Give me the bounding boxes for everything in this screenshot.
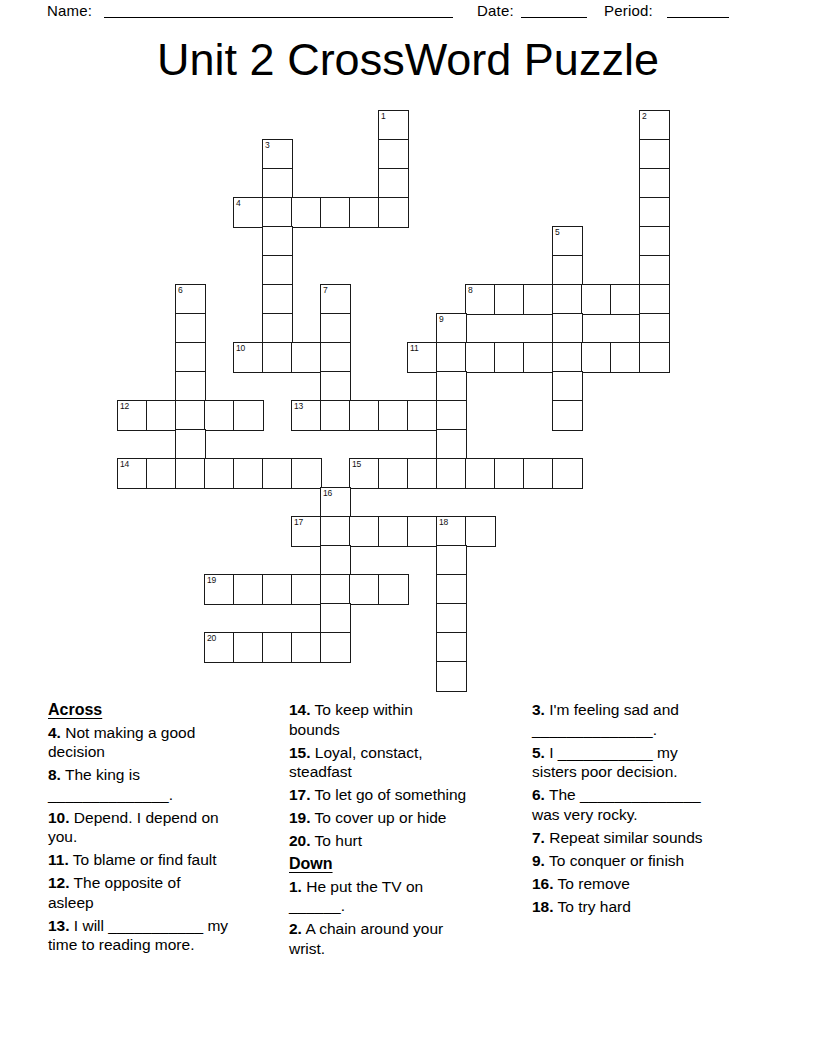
cell-number-20: 20 <box>207 634 216 643</box>
clue-text: The king is ______________. <box>48 766 173 803</box>
grid-cell-r16c7[interactable] <box>320 574 351 605</box>
clues-column-3: 3. I'm feeling sad and ______________.5.… <box>532 700 764 920</box>
grid-cell-r16c8[interactable] <box>349 574 380 605</box>
grid-cell-r13c7[interactable]: 16 <box>320 487 351 518</box>
clue-number-label: 14. <box>289 701 311 718</box>
date-write-in-line[interactable] <box>521 2 587 18</box>
grid-cell-r6c17[interactable] <box>610 284 641 315</box>
clue-number-label: 20. <box>289 832 311 849</box>
grid-cell-r14c8[interactable] <box>349 516 380 547</box>
grid-cell-r6c15[interactable] <box>552 284 583 315</box>
clue-number-label: 11. <box>48 851 69 868</box>
clue-number-label: 3. <box>532 701 545 718</box>
grid-cell-r7c7[interactable] <box>320 313 351 344</box>
grid-cell-r8c4[interactable]: 10 <box>233 342 264 373</box>
grid-cell-r10c1[interactable] <box>146 400 177 431</box>
grid-cell-r6c5[interactable] <box>262 284 293 315</box>
grid-cell-r12c0[interactable]: 14 <box>117 458 148 489</box>
grid-cell-r14c12[interactable] <box>465 516 496 547</box>
grid-cell-r18c11[interactable] <box>436 632 467 663</box>
grid-cell-r10c0[interactable]: 12 <box>117 400 148 431</box>
grid-cell-r8c15[interactable] <box>552 342 583 373</box>
clue-5: 5. I ___________ my sisters poor decisio… <box>532 743 764 782</box>
grid-cell-r0c9[interactable]: 1 <box>378 110 409 141</box>
clue-number-label: 17. <box>289 786 311 803</box>
grid-cell-r12c12[interactable] <box>465 458 496 489</box>
clue-14: 14. To keep within bounds <box>289 700 521 739</box>
grid-cell-r10c3[interactable] <box>204 400 235 431</box>
clue-number-label: 10. <box>48 809 70 826</box>
grid-cell-r3c9[interactable] <box>378 197 409 228</box>
date-label: Date: <box>477 2 514 19</box>
grid-cell-r5c15[interactable] <box>552 255 583 286</box>
grid-cell-r6c12[interactable]: 8 <box>465 284 496 315</box>
grid-cell-r3c4[interactable]: 4 <box>233 197 264 228</box>
cell-number-14: 14 <box>120 460 129 469</box>
grid-cell-r12c10[interactable] <box>407 458 438 489</box>
clue-11: 11. To blame or find fault <box>48 850 286 870</box>
clue-text: A chain around your wrist. <box>289 920 443 957</box>
grid-cell-r11c11[interactable] <box>436 429 467 460</box>
grid-cell-r8c16[interactable] <box>581 342 612 373</box>
crossword-grid: 1234567891011121314151617181920 <box>117 110 671 693</box>
clue-15: 15. Loyal, constact, steadfast <box>289 743 521 782</box>
grid-cell-r10c7[interactable] <box>320 400 351 431</box>
clue-4: 4. Not making a good decision <box>48 723 286 762</box>
grid-cell-r12c5[interactable] <box>262 458 293 489</box>
clue-number-label: 18. <box>532 898 554 915</box>
clue-19: 19. To cover up or hide <box>289 808 521 828</box>
grid-cell-r7c15[interactable] <box>552 313 583 344</box>
clues-header-down: Down <box>289 854 521 874</box>
grid-cell-r12c2[interactable] <box>175 458 206 489</box>
cell-number-3: 3 <box>265 141 270 150</box>
grid-cell-r12c13[interactable] <box>494 458 525 489</box>
grid-cell-r2c5[interactable] <box>262 168 293 199</box>
cell-number-8: 8 <box>468 286 473 295</box>
clue-number-label: 5. <box>532 744 545 761</box>
clue-number-label: 15. <box>289 744 311 761</box>
grid-cell-r12c9[interactable] <box>378 458 409 489</box>
grid-cell-r16c5[interactable] <box>262 574 293 605</box>
grid-cell-r8c13[interactable] <box>494 342 525 373</box>
grid-cell-r12c15[interactable] <box>552 458 583 489</box>
clue-number-label: 1. <box>289 878 302 895</box>
grid-cell-r5c18[interactable] <box>639 255 670 286</box>
cell-number-11: 11 <box>410 344 418 353</box>
grid-cell-r3c6[interactable] <box>291 197 322 228</box>
clue-number-label: 8. <box>48 766 61 783</box>
grid-cell-r1c9[interactable] <box>378 139 409 170</box>
grid-cell-r10c4[interactable] <box>233 400 264 431</box>
clue-8: 8. The king is ______________. <box>48 765 286 804</box>
clue-text: To cover up or hide <box>311 809 447 826</box>
grid-cell-r12c3[interactable] <box>204 458 235 489</box>
grid-cell-r16c3[interactable]: 19 <box>204 574 235 605</box>
period-label: Period: <box>604 2 653 19</box>
clue-text: Not making a good decision <box>48 724 195 761</box>
grid-cell-r12c14[interactable] <box>523 458 554 489</box>
clue-text: To let go of something <box>311 786 467 803</box>
grid-cell-r16c4[interactable] <box>233 574 264 605</box>
clue-text: I'm feeling sad and ______________. <box>532 701 679 738</box>
cell-number-2: 2 <box>642 112 647 121</box>
grid-cell-r9c7[interactable] <box>320 371 351 402</box>
grid-cell-r14c10[interactable] <box>407 516 438 547</box>
grid-cell-r5c5[interactable] <box>262 255 293 286</box>
clue-10: 10. Depend. I depend on you. <box>48 808 286 847</box>
name-write-in-line[interactable] <box>104 2 453 18</box>
clue-number-label: 12. <box>48 874 70 891</box>
grid-cell-r16c9[interactable] <box>378 574 409 605</box>
grid-cell-r3c5[interactable] <box>262 197 293 228</box>
grid-cell-r16c11[interactable] <box>436 574 467 605</box>
clue-6: 6. The ______________ was very rocky. <box>532 785 764 824</box>
grid-cell-r10c11[interactable] <box>436 400 467 431</box>
grid-cell-r8c12[interactable] <box>465 342 496 373</box>
grid-cell-r2c9[interactable] <box>378 168 409 199</box>
clue-2: 2. A chain around your wrist. <box>289 919 521 958</box>
grid-cell-r4c15[interactable]: 5 <box>552 226 583 257</box>
grid-cell-r18c3[interactable]: 20 <box>204 632 235 663</box>
clue-text: To conquer or finish <box>545 852 684 869</box>
grid-cell-r17c7[interactable] <box>320 603 351 634</box>
grid-cell-r7c18[interactable] <box>639 313 670 344</box>
cell-number-4: 4 <box>236 199 241 208</box>
grid-cell-r19c11[interactable] <box>436 661 467 692</box>
clues-column-2: 14. To keep within bounds15. Loyal, cons… <box>289 700 521 962</box>
grid-cell-r8c17[interactable] <box>610 342 641 373</box>
grid-cell-r7c11[interactable]: 9 <box>436 313 467 344</box>
grid-cell-r7c2[interactable] <box>175 313 206 344</box>
clue-text: To hurt <box>311 832 362 849</box>
grid-cell-r6c14[interactable] <box>523 284 554 315</box>
clue-text: To remove <box>554 875 630 892</box>
grid-cell-r12c6[interactable] <box>291 458 322 489</box>
grid-cell-r10c10[interactable] <box>407 400 438 431</box>
cell-number-9: 9 <box>439 315 444 324</box>
grid-cell-r4c18[interactable] <box>639 226 670 257</box>
clue-number-label: 7. <box>532 829 545 846</box>
grid-cell-r18c5[interactable] <box>262 632 293 663</box>
clue-text: Repeat similar sounds <box>545 829 703 846</box>
grid-cell-r9c11[interactable] <box>436 371 467 402</box>
grid-cell-r3c7[interactable] <box>320 197 351 228</box>
clue-number-label: 2. <box>289 920 302 937</box>
grid-cell-r8c2[interactable] <box>175 342 206 373</box>
clue-18: 18. To try hard <box>532 897 764 917</box>
cell-number-19: 19 <box>207 576 216 585</box>
grid-cell-r16c6[interactable] <box>291 574 322 605</box>
clue-number-label: 13. <box>48 917 70 934</box>
grid-cell-r9c15[interactable] <box>552 371 583 402</box>
grid-cell-r8c5[interactable] <box>262 342 293 373</box>
grid-cell-r2c18[interactable] <box>639 168 670 199</box>
clue-number-label: 6. <box>532 786 545 803</box>
clue-text: To try hard <box>554 898 631 915</box>
worksheet-page: Name: Date: Period: Unit 2 CrossWord Puz… <box>0 0 816 1056</box>
grid-cell-r10c2[interactable] <box>175 400 206 431</box>
clue-text: He put the TV on ______. <box>289 878 423 915</box>
clues-header-across: Across <box>48 700 286 720</box>
clue-9: 9. To conquer or finish <box>532 851 764 871</box>
clue-17: 17. To let go of something <box>289 785 521 805</box>
cell-number-1: 1 <box>381 112 386 121</box>
clue-3: 3. I'm feeling sad and ______________. <box>532 700 764 739</box>
grid-cell-r11c2[interactable] <box>175 429 206 460</box>
grid-cell-r12c8[interactable]: 15 <box>349 458 380 489</box>
clue-text: I will ___________ my time to reading mo… <box>48 917 228 954</box>
grid-cell-r10c6[interactable]: 13 <box>291 400 322 431</box>
cell-number-16: 16 <box>323 489 332 498</box>
grid-cell-r14c11[interactable]: 18 <box>436 516 467 547</box>
clue-text: I ___________ my sisters poor decision. <box>532 744 678 781</box>
grid-cell-r18c4[interactable] <box>233 632 264 663</box>
grid-cell-r8c11[interactable] <box>436 342 467 373</box>
clue-1: 1. He put the TV on ______. <box>289 877 521 916</box>
clue-12: 12. The opposite of asleep <box>48 873 286 912</box>
clue-20: 20. To hurt <box>289 831 521 851</box>
clue-number-label: 19. <box>289 809 311 826</box>
grid-cell-r3c18[interactable] <box>639 197 670 228</box>
grid-cell-r17c11[interactable] <box>436 603 467 634</box>
grid-cell-r4c5[interactable] <box>262 226 293 257</box>
grid-cell-r18c7[interactable] <box>320 632 351 663</box>
grid-cell-r14c6[interactable]: 17 <box>291 516 322 547</box>
cell-number-5: 5 <box>555 228 560 237</box>
grid-cell-r14c7[interactable] <box>320 516 351 547</box>
grid-cell-r8c7[interactable] <box>320 342 351 373</box>
clue-text: Depend. I depend on you. <box>48 809 219 846</box>
grid-cell-r6c7[interactable]: 7 <box>320 284 351 315</box>
grid-cell-r12c4[interactable] <box>233 458 264 489</box>
grid-cell-r15c7[interactable] <box>320 545 351 576</box>
grid-cell-r0c18[interactable]: 2 <box>639 110 670 141</box>
grid-cell-r8c6[interactable] <box>291 342 322 373</box>
cell-number-13: 13 <box>294 402 303 411</box>
grid-cell-r8c10[interactable]: 11 <box>407 342 438 373</box>
grid-cell-r6c2[interactable]: 6 <box>175 284 206 315</box>
grid-cell-r9c2[interactable] <box>175 371 206 402</box>
clues-column-1: Across4. Not making a good decision8. Th… <box>48 700 286 958</box>
grid-cell-r10c15[interactable] <box>552 400 583 431</box>
clue-number-label: 4. <box>48 724 61 741</box>
period-write-in-line[interactable] <box>667 2 729 18</box>
grid-cell-r10c8[interactable] <box>349 400 380 431</box>
cell-number-15: 15 <box>352 460 361 469</box>
grid-cell-r18c6[interactable] <box>291 632 322 663</box>
cell-number-18: 18 <box>439 518 448 527</box>
grid-cell-r10c9[interactable] <box>378 400 409 431</box>
clue-16: 16. To remove <box>532 874 764 894</box>
clue-7: 7. Repeat similar sounds <box>532 828 764 848</box>
grid-cell-r12c1[interactable] <box>146 458 177 489</box>
grid-cell-r8c18[interactable] <box>639 342 670 373</box>
clue-number-label: 16. <box>532 875 554 892</box>
cell-number-17: 17 <box>294 518 303 527</box>
grid-cell-r6c13[interactable] <box>494 284 525 315</box>
grid-cell-r1c18[interactable] <box>639 139 670 170</box>
grid-cell-r6c18[interactable] <box>639 284 670 315</box>
cell-number-10: 10 <box>236 344 245 353</box>
clue-text: The ______________ was very rocky. <box>532 786 701 823</box>
grid-cell-r3c8[interactable] <box>349 197 380 228</box>
clue-text: To blame or find fault <box>69 851 217 868</box>
name-label: Name: <box>47 2 92 19</box>
clue-number-label: 9. <box>532 852 545 869</box>
page-title: Unit 2 CrossWord Puzzle <box>0 34 816 86</box>
cell-number-7: 7 <box>323 286 328 295</box>
grid-cell-r6c16[interactable] <box>581 284 612 315</box>
grid-cell-r14c9[interactable] <box>378 516 409 547</box>
grid-cell-r1c5[interactable]: 3 <box>262 139 293 170</box>
grid-cell-r15c11[interactable] <box>436 545 467 576</box>
grid-cell-r8c14[interactable] <box>523 342 554 373</box>
clue-13: 13. I will ___________ my time to readin… <box>48 916 286 955</box>
cell-number-12: 12 <box>120 402 129 411</box>
cell-number-6: 6 <box>178 286 183 295</box>
grid-cell-r12c11[interactable] <box>436 458 467 489</box>
grid-cell-r7c5[interactable] <box>262 313 293 344</box>
